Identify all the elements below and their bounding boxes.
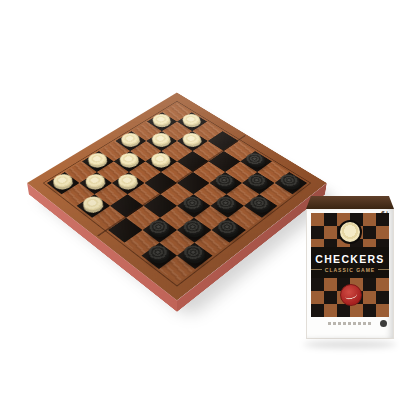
board-scene <box>71 77 283 289</box>
subtitle-rule-right <box>378 269 389 270</box>
checker-piece-icon <box>338 220 362 244</box>
box-shadow <box>303 341 397 348</box>
subtitle-rule-left <box>311 269 322 270</box>
box-subtitle-text: CLASSIC GAME <box>325 267 375 273</box>
brand-badge-icon <box>340 284 362 306</box>
box-front: 6+ CHECKERS CLASSIC GAME <box>306 209 394 339</box>
box-bottom-strip <box>311 317 389 330</box>
badge-swash-icon <box>344 290 357 300</box>
checkers-board-3d <box>27 92 327 300</box>
box-title-band: CHECKERS CLASSIC GAME <box>311 247 389 278</box>
fine-print <box>328 322 372 325</box>
box-art-checkerboard: CHECKERS CLASSIC GAME <box>311 213 389 317</box>
certification-mark-icon <box>380 320 387 327</box>
product-photo-canvas: 6+ CHECKERS CLASSIC GAME <box>0 0 400 400</box>
box-lid-top <box>306 196 394 209</box>
product-box: 6+ CHECKERS CLASSIC GAME <box>306 196 394 339</box>
checkers-board <box>27 92 327 300</box>
box-title: CHECKERS <box>315 253 384 265</box>
box-subtitle: CLASSIC GAME <box>311 267 389 273</box>
